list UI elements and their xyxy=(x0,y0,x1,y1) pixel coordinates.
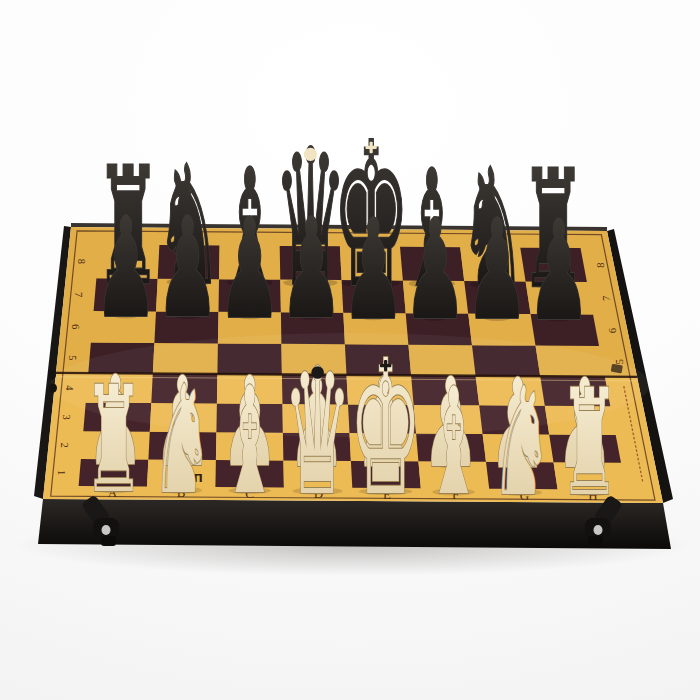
label-rank-left-2: 2 xyxy=(59,443,70,448)
piece-black-pawn-h7[interactable]: ♟ xyxy=(527,191,591,352)
queen-finial-d1 xyxy=(311,366,324,379)
label-rank-right-8: 8 xyxy=(595,263,606,268)
piece-white-knight-b1[interactable]: ♞ xyxy=(151,353,213,528)
label-rank-right-6: 6 xyxy=(607,328,618,333)
piece-black-pawn-g7[interactable]: ♟ xyxy=(465,190,529,351)
label-rank-left-8: 8 xyxy=(76,259,87,264)
label-rank-left-3: 3 xyxy=(61,414,72,419)
piece-black-pawn-a7[interactable]: ♟ xyxy=(94,188,158,349)
piece-black-pawn-d7[interactable]: ♟ xyxy=(279,189,343,350)
hinge-knob-1 xyxy=(48,371,56,380)
queen-finial-d8 xyxy=(304,148,317,161)
label-rank-left-5: 5 xyxy=(67,355,78,360)
piece-white-bishop-f1[interactable]: ♝ xyxy=(426,356,481,528)
piece-white-king-e1[interactable]: ♚ xyxy=(349,321,422,537)
label-rank-left-7: 7 xyxy=(73,292,84,297)
label-rank-left-6: 6 xyxy=(70,324,81,329)
label-rank-right-7: 7 xyxy=(601,296,612,301)
piece-white-queen-d1[interactable]: ♛ xyxy=(283,331,352,534)
piece-white-bishop-c1[interactable]: ♝ xyxy=(222,355,277,527)
label-rank-left-4: 4 xyxy=(64,385,75,391)
hinge-knob-2 xyxy=(49,384,57,393)
chess-set-photo: ABCDEFGH123456785678СП♜♞♝♛♚♝♞♜♟♟♟♟♟♟♟♟♟♟… xyxy=(0,0,700,700)
piece-white-knight-g1[interactable]: ♞ xyxy=(491,355,553,530)
piece-black-pawn-c7[interactable]: ♟ xyxy=(217,189,281,350)
label-rank-left-1: 1 xyxy=(56,470,67,475)
piece-black-pawn-b7[interactable]: ♟ xyxy=(156,188,220,349)
chess-board: ABCDEFGH123456785678СП♜♞♝♛♚♝♞♜♟♟♟♟♟♟♟♟♟♟… xyxy=(0,0,700,700)
